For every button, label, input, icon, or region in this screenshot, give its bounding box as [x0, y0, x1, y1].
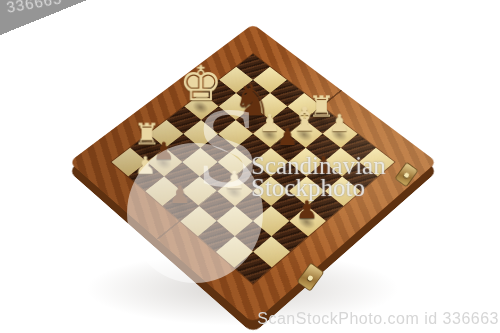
- watermark-brand-text: Scandinavian Stockphoto: [251, 155, 386, 199]
- watermark-corner-ribbon: 336663: [0, 0, 100, 43]
- square-a8: [236, 54, 270, 80]
- watermark-credit-text: ScanStockPhoto.com id 336663: [257, 310, 499, 328]
- watermark-brand-line2: Stockphoto: [251, 177, 386, 199]
- watermark-corner-id: 336663: [5, 0, 63, 15]
- stock-photo-canvas: ♜♟♝♞♟♟♟♚♟♟♜♟♟♟ S Scandinavian Stockphoto…: [0, 0, 500, 333]
